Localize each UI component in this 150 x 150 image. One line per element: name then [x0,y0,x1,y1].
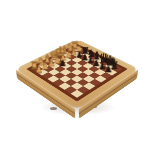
black-pawn-glyph: ♟ [105,65,113,74]
white-pawn-glyph: ♟ [35,65,43,74]
chess-set-photo: ♜♞♝♚♛♝♞♜♟♟♟♟♟♟♟♟♜♞♝♛♚♜♟♟♟♟♟♟♟ [0,0,150,150]
box-foot-shadow [50,107,57,110]
black-pawn-glyph: ♟ [59,59,67,67]
